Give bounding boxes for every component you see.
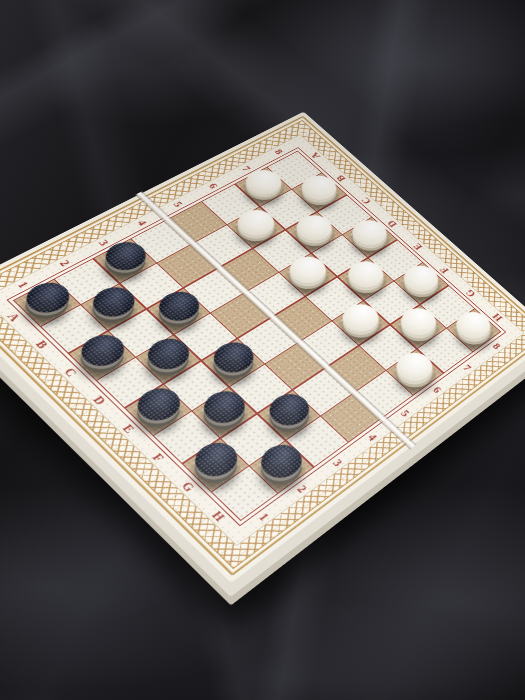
label-area: ABCDEFGH ABCDEFGH 87654321 87654321 xyxy=(0,135,524,545)
playing-field xyxy=(12,150,502,521)
photo-scene: ABCDEFGH ABCDEFGH 87654321 87654321 xyxy=(0,0,525,700)
ornate-border: ABCDEFGH ABCDEFGH 87654321 87654321 xyxy=(0,116,525,576)
field-border xyxy=(6,147,506,526)
checkers-board: ABCDEFGH ABCDEFGH 87654321 87654321 xyxy=(0,112,525,583)
